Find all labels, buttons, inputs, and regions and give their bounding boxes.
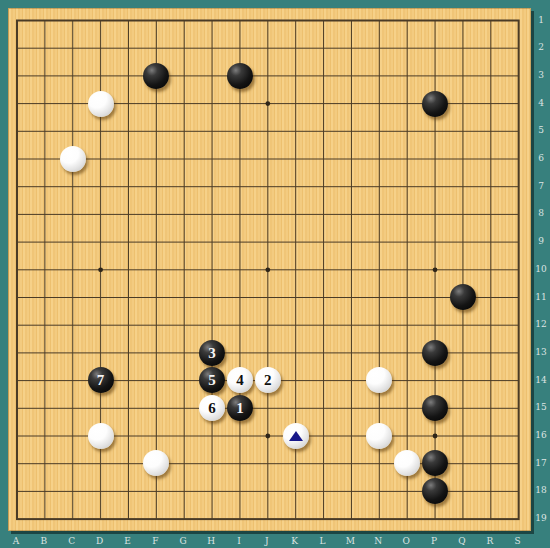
stone-black-p13[interactable] [422, 340, 448, 366]
stone-white-c6[interactable] [60, 146, 86, 172]
star-point [265, 434, 270, 439]
star-point [433, 434, 438, 439]
column-labels: ABCDEFGHIJKLMNOPQRS [0, 535, 550, 548]
move-number: 4 [236, 367, 244, 393]
move-number: 1 [236, 395, 244, 421]
stone-black-i3[interactable] [227, 63, 253, 89]
col-label-o: O [402, 535, 409, 548]
go-board[interactable]: 3754261 [8, 8, 531, 531]
row-label-3: 3 [533, 70, 549, 80]
move-number: 6 [208, 395, 216, 421]
star-point [265, 267, 270, 272]
stone-black-d14[interactable]: 7 [88, 367, 114, 393]
col-label-h: H [207, 535, 215, 548]
col-label-i: I [237, 535, 241, 548]
col-label-g: G [180, 535, 187, 548]
col-label-s: S [515, 535, 521, 548]
stone-white-k16[interactable] [283, 423, 309, 449]
col-label-d: D [96, 535, 103, 548]
col-label-n: N [374, 535, 382, 548]
move-number: 3 [208, 340, 216, 366]
col-label-c: C [68, 535, 75, 548]
col-label-j: J [265, 535, 269, 548]
row-label-10: 10 [533, 264, 549, 274]
stone-white-j14[interactable]: 2 [255, 367, 281, 393]
move-number: 5 [208, 367, 216, 393]
row-label-17: 17 [533, 458, 549, 468]
row-label-12: 12 [533, 319, 549, 329]
row-label-5: 5 [533, 125, 549, 135]
stone-black-f3[interactable] [143, 63, 169, 89]
col-label-e: E [124, 535, 131, 548]
stone-black-i15[interactable]: 1 [227, 395, 253, 421]
stone-white-h15[interactable]: 6 [199, 395, 225, 421]
row-label-1: 1 [533, 15, 549, 25]
col-label-a: A [13, 535, 20, 548]
triangle-marker-icon [289, 431, 303, 441]
col-label-p: P [431, 535, 437, 548]
stone-black-q11[interactable] [450, 284, 476, 310]
row-label-16: 16 [533, 430, 549, 440]
move-number: 7 [97, 367, 105, 393]
stone-white-d16[interactable] [88, 423, 114, 449]
stone-black-h13[interactable]: 3 [199, 340, 225, 366]
row-labels: 12345678910111213141516171819 [533, 0, 549, 548]
col-label-r: R [486, 535, 493, 548]
row-label-15: 15 [533, 402, 549, 412]
stone-white-d4[interactable] [88, 91, 114, 117]
row-label-7: 7 [533, 181, 549, 191]
star-point [98, 267, 103, 272]
row-label-14: 14 [533, 375, 549, 385]
row-label-9: 9 [533, 236, 549, 246]
col-label-b: B [41, 535, 48, 548]
move-number: 2 [264, 367, 272, 393]
col-label-k: K [291, 535, 298, 548]
stone-black-p4[interactable] [422, 91, 448, 117]
star-point [265, 101, 270, 106]
row-label-18: 18 [533, 485, 549, 495]
stone-white-n16[interactable] [366, 423, 392, 449]
row-label-2: 2 [533, 42, 549, 52]
col-label-f: F [152, 535, 158, 548]
row-label-6: 6 [533, 153, 549, 163]
row-label-11: 11 [533, 292, 549, 302]
stone-black-p15[interactable] [422, 395, 448, 421]
go-app-frame: 3754261 ABCDEFGHIJKLMNOPQRS 123456789101… [0, 0, 550, 548]
col-label-q: Q [458, 535, 465, 548]
stone-black-p18[interactable] [422, 478, 448, 504]
col-label-l: L [320, 535, 326, 548]
row-label-8: 8 [533, 208, 549, 218]
row-label-13: 13 [533, 347, 549, 357]
col-label-m: M [346, 535, 355, 548]
board-grid-lines [9, 9, 532, 532]
row-label-4: 4 [533, 98, 549, 108]
star-point [433, 267, 438, 272]
row-label-19: 19 [533, 513, 549, 523]
